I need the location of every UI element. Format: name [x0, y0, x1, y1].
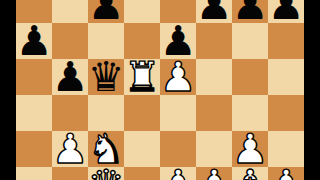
white-queen-c2[interactable]: ♛: [88, 167, 125, 180]
square-f4[interactable]: [196, 95, 232, 131]
square-h7[interactable]: ♟: [268, 0, 304, 23]
square-g6[interactable]: [232, 23, 268, 59]
white-knight-c3[interactable]: ♞: [88, 131, 125, 167]
square-e2[interactable]: ♟: [160, 167, 196, 180]
square-g2[interactable]: ♝: [232, 167, 268, 180]
square-b4[interactable]: [52, 95, 88, 131]
white-pawn-b3[interactable]: ♟: [52, 131, 89, 167]
black-pawn-a6[interactable]: ♟: [16, 23, 53, 59]
square-c2[interactable]: ♛: [88, 167, 124, 180]
white-pawn-f2[interactable]: ♟: [196, 167, 233, 180]
square-d6[interactable]: [124, 23, 160, 59]
square-d2[interactable]: [124, 167, 160, 180]
square-g5[interactable]: [232, 59, 268, 95]
square-c4[interactable]: [88, 95, 124, 131]
square-f7[interactable]: ♟: [196, 0, 232, 23]
square-a7[interactable]: [16, 0, 52, 23]
square-f2[interactable]: ♟: [196, 167, 232, 180]
square-e3[interactable]: [160, 131, 196, 167]
white-pawn-e2[interactable]: ♟: [160, 167, 197, 180]
square-d7[interactable]: [124, 0, 160, 23]
square-e5[interactable]: ♟: [160, 59, 196, 95]
square-f5[interactable]: [196, 59, 232, 95]
square-h3[interactable]: [268, 131, 304, 167]
black-pawn-f7[interactable]: ♟: [196, 0, 233, 23]
square-b2[interactable]: [52, 167, 88, 180]
square-f3[interactable]: [196, 131, 232, 167]
square-g4[interactable]: [232, 95, 268, 131]
square-c6[interactable]: [88, 23, 124, 59]
black-pawn-h7[interactable]: ♟: [268, 0, 305, 23]
black-pawn-c7[interactable]: ♟: [88, 0, 125, 23]
square-a4[interactable]: [16, 95, 52, 131]
square-a2[interactable]: [16, 167, 52, 180]
square-c7[interactable]: ♟: [88, 0, 124, 23]
square-f6[interactable]: [196, 23, 232, 59]
square-b6[interactable]: [52, 23, 88, 59]
black-queen-c5[interactable]: ♛: [88, 59, 125, 95]
square-a6[interactable]: ♟: [16, 23, 52, 59]
square-a5[interactable]: [16, 59, 52, 95]
square-c5[interactable]: ♛: [88, 59, 124, 95]
square-h6[interactable]: [268, 23, 304, 59]
chess-board: ♟♟♟♟♟♟♟♛♜♟♟♞♟♛♟♟♝♟: [16, 0, 304, 180]
square-g7[interactable]: ♟: [232, 0, 268, 23]
square-b3[interactable]: ♟: [52, 131, 88, 167]
board-frame: ♟♟♟♟♟♟♟♛♜♟♟♞♟♛♟♟♝♟: [0, 0, 320, 180]
square-c3[interactable]: ♞: [88, 131, 124, 167]
white-pawn-h2[interactable]: ♟: [268, 167, 305, 180]
square-e6[interactable]: ♟: [160, 23, 196, 59]
square-d3[interactable]: [124, 131, 160, 167]
white-pawn-e5[interactable]: ♟: [160, 59, 197, 95]
white-pawn-g3[interactable]: ♟: [232, 131, 269, 167]
square-h5[interactable]: [268, 59, 304, 95]
letterbox-right-bar: [304, 0, 320, 180]
square-a3[interactable]: [16, 131, 52, 167]
square-e4[interactable]: [160, 95, 196, 131]
square-d4[interactable]: [124, 95, 160, 131]
square-b7[interactable]: [52, 0, 88, 23]
square-b5[interactable]: ♟: [52, 59, 88, 95]
square-d5[interactable]: ♜: [124, 59, 160, 95]
square-g3[interactable]: ♟: [232, 131, 268, 167]
black-pawn-g7[interactable]: ♟: [232, 0, 269, 23]
letterbox-left-bar: [0, 0, 16, 180]
black-pawn-b5[interactable]: ♟: [52, 59, 89, 95]
white-rook-d5[interactable]: ♜: [124, 59, 161, 95]
white-bishop-g2[interactable]: ♝: [232, 167, 269, 180]
square-h4[interactable]: [268, 95, 304, 131]
black-pawn-e6[interactable]: ♟: [160, 23, 197, 59]
square-h2[interactable]: ♟: [268, 167, 304, 180]
square-e7[interactable]: [160, 0, 196, 23]
